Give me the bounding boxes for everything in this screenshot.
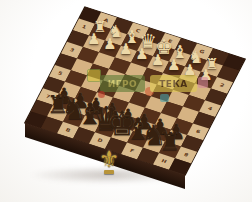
product-photo: ACEG12345678BDFH ♜♞♝♛♚♝♞♜♟♟♟♟♟♟♟♟♟♟♟♟♟♟♟… (0, 0, 252, 202)
brass-clasp: ⚜ (94, 146, 124, 174)
board-frame: ACEG12345678BDFH (25, 7, 245, 175)
chess-board: ACEG12345678BDFH (25, 7, 245, 175)
clasp-ornament-icon: ⚜ (94, 146, 124, 172)
